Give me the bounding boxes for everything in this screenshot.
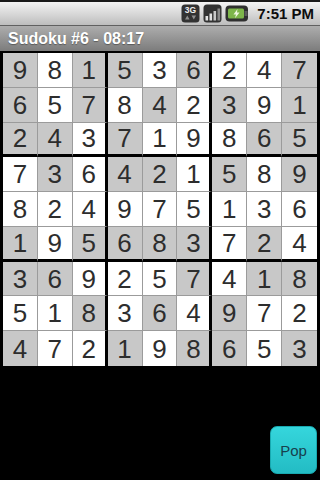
cell-r7c7[interactable]: 4 — [212, 262, 247, 297]
cell-r8c8[interactable]: 7 — [247, 296, 282, 331]
cell-r9c2[interactable]: 7 — [38, 331, 73, 366]
page-title: Sudoku #6 - 08:17 — [0, 30, 144, 48]
battery-charging-icon — [225, 4, 250, 23]
cell-r1c1[interactable]: 9 — [3, 53, 38, 88]
cell-r5c4[interactable]: 9 — [108, 192, 143, 227]
cell-r8c4[interactable]: 3 — [108, 296, 143, 331]
svg-text:3G: 3G — [185, 5, 197, 15]
cell-r9c7[interactable]: 6 — [212, 331, 247, 366]
cell-r9c8[interactable]: 5 — [247, 331, 282, 366]
cell-r4c8[interactable]: 8 — [247, 157, 282, 192]
cell-r9c5[interactable]: 9 — [143, 331, 178, 366]
cell-r8c5[interactable]: 6 — [143, 296, 178, 331]
cell-r5c7[interactable]: 1 — [212, 192, 247, 227]
cell-r6c3[interactable]: 5 — [73, 227, 108, 262]
cell-r7c5[interactable]: 5 — [143, 262, 178, 297]
cell-r5c8[interactable]: 3 — [247, 192, 282, 227]
cell-r8c6[interactable]: 4 — [177, 296, 212, 331]
cell-r9c6[interactable]: 8 — [177, 331, 212, 366]
cell-r5c9[interactable]: 6 — [282, 192, 317, 227]
cell-r6c2[interactable]: 9 — [38, 227, 73, 262]
cell-r1c9[interactable]: 7 — [282, 53, 317, 88]
status-bar-clock: 7:51 PM — [257, 5, 314, 22]
cell-r4c3[interactable]: 6 — [73, 157, 108, 192]
cell-r9c9[interactable]: 3 — [282, 331, 317, 366]
cell-r3c8[interactable]: 6 — [247, 123, 282, 158]
cell-r5c3[interactable]: 4 — [73, 192, 108, 227]
cell-r7c4[interactable]: 2 — [108, 262, 143, 297]
cell-r6c4[interactable]: 6 — [108, 227, 143, 262]
cell-r4c6[interactable]: 1 — [177, 157, 212, 192]
cell-r3c5[interactable]: 1 — [143, 123, 178, 158]
cell-r8c1[interactable]: 5 — [3, 296, 38, 331]
cell-r3c4[interactable]: 7 — [108, 123, 143, 158]
cell-r2c4[interactable]: 8 — [108, 88, 143, 123]
screen: 3G 7:51 PM Sudoku #6 - 08:17 98153624765… — [0, 0, 320, 480]
cell-r7c6[interactable]: 7 — [177, 262, 212, 297]
cell-r1c4[interactable]: 5 — [108, 53, 143, 88]
cell-r9c4[interactable]: 1 — [108, 331, 143, 366]
cell-r3c3[interactable]: 3 — [73, 123, 108, 158]
cell-r1c8[interactable]: 4 — [247, 53, 282, 88]
cell-r5c1[interactable]: 8 — [3, 192, 38, 227]
cell-r8c7[interactable]: 9 — [212, 296, 247, 331]
cell-r8c3[interactable]: 8 — [73, 296, 108, 331]
cell-r6c6[interactable]: 3 — [177, 227, 212, 262]
cell-r6c7[interactable]: 7 — [212, 227, 247, 262]
cell-r7c1[interactable]: 3 — [3, 262, 38, 297]
cell-r9c1[interactable]: 4 — [3, 331, 38, 366]
cell-r1c5[interactable]: 3 — [143, 53, 178, 88]
cell-r3c9[interactable]: 5 — [282, 123, 317, 158]
cell-r1c7[interactable]: 2 — [212, 53, 247, 88]
cell-r4c9[interactable]: 9 — [282, 157, 317, 192]
cell-r4c4[interactable]: 4 — [108, 157, 143, 192]
cell-r2c5[interactable]: 4 — [143, 88, 178, 123]
cell-r3c1[interactable]: 2 — [3, 123, 38, 158]
cell-r4c1[interactable]: 7 — [3, 157, 38, 192]
cell-r6c9[interactable]: 4 — [282, 227, 317, 262]
bottom-panel: Pop — [0, 369, 320, 480]
cell-r8c9[interactable]: 2 — [282, 296, 317, 331]
status-bar: 3G 7:51 PM — [0, 0, 320, 25]
cell-r3c6[interactable]: 9 — [177, 123, 212, 158]
cell-r4c7[interactable]: 5 — [212, 157, 247, 192]
cell-r9c3[interactable]: 2 — [73, 331, 108, 366]
cell-r2c7[interactable]: 3 — [212, 88, 247, 123]
cell-r4c2[interactable]: 3 — [38, 157, 73, 192]
cell-r3c7[interactable]: 8 — [212, 123, 247, 158]
cell-r5c5[interactable]: 7 — [143, 192, 178, 227]
cell-r5c6[interactable]: 5 — [177, 192, 212, 227]
signal-bars-icon — [203, 4, 222, 23]
cell-r7c2[interactable]: 6 — [38, 262, 73, 297]
sudoku-board: 9815362476578423912437198657364215898249… — [0, 51, 320, 369]
cell-r2c9[interactable]: 1 — [282, 88, 317, 123]
cell-r2c3[interactable]: 7 — [73, 88, 108, 123]
pop-button[interactable]: Pop — [270, 426, 317, 474]
cell-r1c3[interactable]: 1 — [73, 53, 108, 88]
cell-r6c5[interactable]: 8 — [143, 227, 178, 262]
title-bar: Sudoku #6 - 08:17 — [0, 25, 320, 51]
mobile-3g-icon: 3G — [181, 4, 200, 23]
cell-r5c2[interactable]: 2 — [38, 192, 73, 227]
cell-r2c2[interactable]: 5 — [38, 88, 73, 123]
cell-r2c6[interactable]: 2 — [177, 88, 212, 123]
cell-r7c3[interactable]: 9 — [73, 262, 108, 297]
cell-r8c2[interactable]: 1 — [38, 296, 73, 331]
cell-r1c2[interactable]: 8 — [38, 53, 73, 88]
cell-r7c9[interactable]: 8 — [282, 262, 317, 297]
cell-r6c8[interactable]: 2 — [247, 227, 282, 262]
cell-r7c8[interactable]: 1 — [247, 262, 282, 297]
cell-r1c6[interactable]: 6 — [177, 53, 212, 88]
cell-r2c8[interactable]: 9 — [247, 88, 282, 123]
cell-r3c2[interactable]: 4 — [38, 123, 73, 158]
cell-r4c5[interactable]: 2 — [143, 157, 178, 192]
cell-r6c1[interactable]: 1 — [3, 227, 38, 262]
cell-r2c1[interactable]: 6 — [3, 88, 38, 123]
